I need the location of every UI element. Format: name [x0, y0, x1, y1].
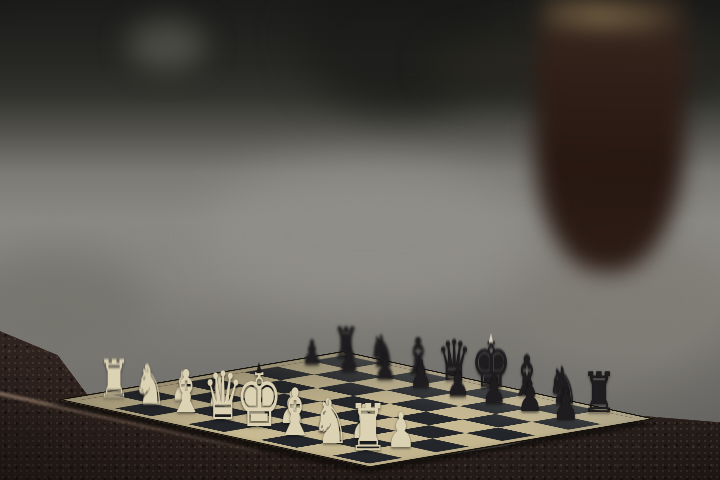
piece-black-pawn-a7: ♟ [302, 336, 322, 370]
piece-white-knight-g1: ♞ [313, 392, 350, 453]
piece-black-pawn-c7: ♟ [374, 349, 396, 385]
piece-white-rook-a1: ♜ [98, 353, 130, 405]
piece-black-pawn-b7: ♟ [338, 343, 359, 378]
white-king-finial [256, 362, 262, 374]
piece-black-pawn-d7: ♟ [410, 356, 433, 394]
piece-black-pawn-f7: ♟ [481, 369, 506, 410]
piece-white-rook-h1: ♜ [348, 396, 387, 461]
piece-black-pawn-g7: ♟ [517, 376, 543, 418]
pieces-layer: ♜♞♝♛♚♝♞♜♟♟♟♟♟♟♟♟♟♟♟♟♟♟♟♟♜♞♝♛♚♝♞♜ [0, 0, 720, 480]
piece-black-pawn-h7: ♟ [553, 382, 579, 425]
piece-white-pawn-h2: ♟ [386, 406, 415, 454]
piece-black-pawn-e7: ♟ [446, 362, 470, 401]
piece-black-rook-h8: ♜ [583, 365, 617, 421]
photo-scene: ♜♞♝♛♚♝♞♜♟♟♟♟♟♟♟♟♟♟♟♟♟♟♟♟♜♞♝♛♚♝♞♜ [0, 0, 720, 480]
black-king-finial [488, 333, 493, 343]
piece-white-bishop-c1: ♝ [168, 362, 204, 421]
piece-white-bishop-f1: ♝ [275, 380, 315, 445]
piece-white-knight-b1: ♞ [134, 360, 166, 412]
